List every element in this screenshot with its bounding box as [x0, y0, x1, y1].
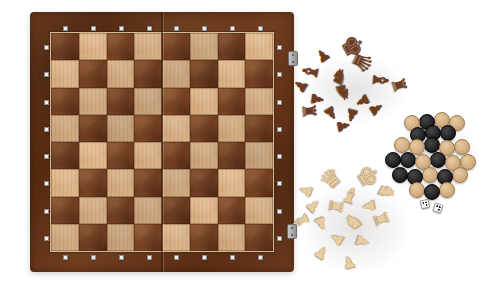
chess-square — [218, 33, 246, 60]
chess-square — [51, 197, 79, 224]
chess-square — [79, 142, 107, 169]
chess-square — [190, 60, 218, 87]
chess-square — [107, 169, 135, 196]
chess-square — [245, 197, 273, 224]
chess-square — [162, 88, 190, 115]
chess-square — [245, 142, 273, 169]
chess-square — [51, 33, 79, 60]
board-stud-icon — [91, 26, 96, 31]
chess-square — [51, 142, 79, 169]
chess-square — [245, 33, 273, 60]
chess-square — [79, 224, 107, 251]
board-stud-icon — [277, 127, 282, 132]
board-stud-icon — [63, 26, 68, 31]
chess-square — [107, 88, 135, 115]
chess-square — [190, 33, 218, 60]
chess-square — [134, 197, 162, 224]
checker-disc — [385, 152, 401, 168]
chess-square — [190, 88, 218, 115]
board-stud-icon — [277, 100, 282, 105]
checker-disc — [422, 167, 438, 183]
product-photo: ♚♟♝♟♞♛♝♜♟♞♟♜♟♟♟♟ ♚♛♟♞♝♟♜♟♝♟♞♜♟♟♟♟ — [0, 0, 500, 292]
chess-square — [107, 115, 135, 142]
chess-square — [51, 88, 79, 115]
chess-board — [30, 12, 294, 272]
chess-square — [134, 88, 162, 115]
board-stud-icon — [44, 72, 49, 77]
chess-square — [162, 169, 190, 196]
board-stud-icon — [44, 236, 49, 241]
board-stud-icon — [44, 100, 49, 105]
checker-disc — [409, 182, 425, 198]
chess-square — [79, 88, 107, 115]
checker-disc — [400, 152, 416, 168]
chess-square — [134, 60, 162, 87]
chess-square — [162, 224, 190, 251]
checker-disc — [439, 182, 455, 198]
board-stud-icon — [277, 209, 282, 214]
chess-square — [190, 115, 218, 142]
checker-disc — [424, 184, 440, 200]
chess-square — [218, 88, 246, 115]
chess-square — [107, 197, 135, 224]
board-stud-icon — [44, 209, 49, 214]
board-fold-highlight — [163, 12, 164, 272]
chess-square — [218, 197, 246, 224]
board-stud-icon — [44, 154, 49, 159]
board-stud-icon — [277, 181, 282, 186]
chess-square — [107, 142, 135, 169]
board-stud-icon — [277, 72, 282, 77]
die-icon — [420, 199, 431, 210]
chess-square — [79, 197, 107, 224]
chess-square — [190, 169, 218, 196]
board-stud-icon — [230, 26, 235, 31]
chess-square — [51, 115, 79, 142]
board-stud-icon — [119, 255, 124, 260]
board-stud-icon — [202, 26, 207, 31]
chess-square — [134, 224, 162, 251]
chess-square — [134, 169, 162, 196]
chess-square — [218, 169, 246, 196]
chess-square — [218, 60, 246, 87]
chess-piece: ♜ — [299, 102, 319, 120]
chess-square — [162, 142, 190, 169]
checker-disc — [394, 137, 410, 153]
chess-square — [134, 33, 162, 60]
checker-disc — [454, 139, 470, 155]
chess-square — [218, 142, 246, 169]
chess-square — [218, 224, 246, 251]
board-stud-icon — [202, 255, 207, 260]
chess-square — [107, 224, 135, 251]
board-stud-icon — [277, 154, 282, 159]
board-stud-icon — [91, 255, 96, 260]
chess-square — [107, 33, 135, 60]
board-stud-icon — [44, 181, 49, 186]
chess-square — [134, 142, 162, 169]
chess-square — [51, 169, 79, 196]
chess-square — [162, 33, 190, 60]
chess-square — [190, 197, 218, 224]
chess-square — [79, 60, 107, 87]
board-stud-icon — [258, 255, 263, 260]
die-icon — [432, 202, 443, 213]
chess-piece: ♟ — [334, 117, 353, 134]
board-stud-icon — [174, 255, 179, 260]
board-stud-icon — [63, 255, 68, 260]
board-stud-icon — [258, 26, 263, 31]
board-stud-icon — [277, 45, 282, 50]
chess-square — [51, 60, 79, 87]
chess-square — [190, 142, 218, 169]
chess-square — [79, 33, 107, 60]
board-stud-icon — [147, 26, 152, 31]
chess-square — [218, 115, 246, 142]
chess-square — [245, 224, 273, 251]
board-stud-icon — [119, 26, 124, 31]
chess-square — [79, 169, 107, 196]
board-stud-icon — [174, 26, 179, 31]
chess-square — [245, 60, 273, 87]
chess-square — [245, 88, 273, 115]
checker-disc — [424, 137, 440, 153]
board-stud-icon — [44, 45, 49, 50]
checker-disc — [440, 125, 456, 141]
chess-square — [190, 224, 218, 251]
checker-disc — [392, 167, 408, 183]
chess-square — [79, 115, 107, 142]
hinge-clasp-icon — [287, 224, 297, 239]
board-stud-icon — [277, 236, 282, 241]
board-stud-icon — [230, 255, 235, 260]
chess-square — [245, 169, 273, 196]
chess-square — [162, 115, 190, 142]
chess-piece: ♞ — [332, 81, 354, 104]
board-stud-icon — [44, 127, 49, 132]
board-stud-icon — [147, 255, 152, 260]
chess-square — [162, 197, 190, 224]
chess-square — [245, 115, 273, 142]
chess-square — [134, 115, 162, 142]
chess-square — [51, 224, 79, 251]
hinge-clasp-icon — [288, 51, 298, 66]
checker-disc — [452, 167, 468, 183]
chess-square — [162, 60, 190, 87]
checker-disc — [430, 152, 446, 168]
chess-square — [107, 60, 135, 87]
